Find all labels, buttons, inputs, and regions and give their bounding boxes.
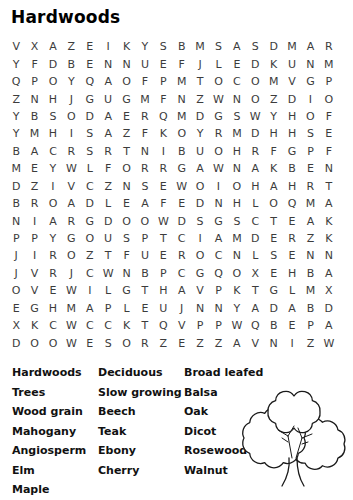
- grid-cell: K: [228, 282, 246, 299]
- grid-cell: C: [209, 247, 227, 264]
- grid-cell: S: [44, 108, 62, 125]
- grid-cell: S: [81, 143, 99, 160]
- grid-cell: A: [99, 125, 117, 142]
- grid-cell: R: [44, 247, 62, 264]
- grid-cell: R: [320, 38, 338, 55]
- grid-cell: H: [283, 125, 301, 142]
- grid-cell: F: [154, 195, 172, 212]
- grid-cell: A: [246, 300, 264, 317]
- grid-cell: E: [154, 247, 172, 264]
- grid-cell: S: [136, 178, 154, 195]
- grid-cell: N: [228, 160, 246, 177]
- grid-cell: Z: [301, 230, 319, 247]
- grid-cell: O: [264, 195, 282, 212]
- grid-cell: E: [283, 317, 301, 334]
- grid-cell: W: [228, 317, 246, 334]
- grid-cell: A: [209, 230, 227, 247]
- grid-cell: Z: [264, 90, 282, 107]
- grid-cell: B: [62, 55, 80, 72]
- grid-cell: N: [117, 55, 135, 72]
- grid-cell: N: [301, 247, 319, 264]
- grid-cell: D: [191, 195, 209, 212]
- grid-cell: N: [228, 90, 246, 107]
- grid-cell: L: [81, 160, 99, 177]
- grid-cell: F: [154, 90, 172, 107]
- letter-grid: VXAZEIKYSBMSASDMARYFDBENNUEFJLEDKUNMQPOY…: [7, 38, 338, 352]
- grid-cell: Q: [7, 73, 25, 90]
- grid-cell: N: [25, 90, 43, 107]
- grid-cell: Z: [154, 334, 172, 351]
- grid-cell: K: [25, 317, 43, 334]
- grid-cell: P: [154, 265, 172, 282]
- grid-cell: O: [25, 334, 43, 351]
- grid-cell: I: [99, 38, 117, 55]
- grid-cell: O: [117, 73, 135, 90]
- grid-cell: O: [209, 143, 227, 160]
- grid-cell: G: [209, 108, 227, 125]
- grid-cell: D: [320, 300, 338, 317]
- grid-cell: N: [264, 334, 282, 351]
- grid-cell: A: [301, 38, 319, 55]
- grid-cell: C: [173, 230, 191, 247]
- grid-cell: T: [136, 282, 154, 299]
- grid-cell: E: [154, 55, 172, 72]
- grid-cell: L: [209, 55, 227, 72]
- grid-cell: V: [283, 73, 301, 90]
- grid-cell: R: [136, 334, 154, 351]
- grid-cell: E: [81, 55, 99, 72]
- grid-cell: U: [154, 300, 172, 317]
- grid-cell: E: [81, 334, 99, 351]
- grid-cell: Z: [25, 178, 43, 195]
- grid-cell: M: [7, 160, 25, 177]
- grid-cell: D: [246, 55, 264, 72]
- grid-cell: Z: [81, 247, 99, 264]
- grid-cell: H: [44, 300, 62, 317]
- grid-cell: F: [25, 55, 43, 72]
- grid-cell: F: [117, 247, 135, 264]
- grid-cell: Y: [62, 73, 80, 90]
- grid-cell: U: [99, 90, 117, 107]
- grid-cell: P: [25, 73, 43, 90]
- grid-cell: A: [25, 143, 43, 160]
- grid-cell: T: [136, 317, 154, 334]
- grid-cell: F: [173, 55, 191, 72]
- grid-cell: E: [117, 195, 135, 212]
- grid-cell: A: [228, 334, 246, 351]
- grid-cell: E: [320, 125, 338, 142]
- grid-cell: V: [25, 265, 43, 282]
- grid-cell: E: [264, 265, 282, 282]
- grid-cell: F: [264, 143, 282, 160]
- grid-cell: N: [136, 143, 154, 160]
- grid-cell: X: [246, 265, 264, 282]
- grid-cell: D: [44, 55, 62, 72]
- grid-cell: E: [7, 300, 25, 317]
- grid-cell: Z: [99, 178, 117, 195]
- grid-cell: R: [173, 247, 191, 264]
- grid-cell: I: [44, 178, 62, 195]
- grid-cell: J: [191, 55, 209, 72]
- grid-cell: I: [25, 212, 43, 229]
- grid-cell: H: [283, 178, 301, 195]
- grid-cell: Y: [44, 160, 62, 177]
- grid-cell: D: [173, 212, 191, 229]
- grid-cell: C: [81, 317, 99, 334]
- grid-cell: R: [136, 108, 154, 125]
- grid-cell: T: [99, 247, 117, 264]
- grid-cell: L: [246, 195, 264, 212]
- grid-cell: O: [246, 90, 264, 107]
- grid-cell: O: [136, 212, 154, 229]
- grid-cell: S: [81, 125, 99, 142]
- grid-cell: P: [7, 230, 25, 247]
- grid-cell: N: [320, 247, 338, 264]
- grid-cell: A: [99, 108, 117, 125]
- grid-cell: Q: [154, 108, 172, 125]
- grid-cell: T: [264, 212, 282, 229]
- grid-cell: J: [7, 265, 25, 282]
- grid-cell: A: [320, 195, 338, 212]
- grid-cell: B: [173, 143, 191, 160]
- grid-cell: O: [117, 160, 135, 177]
- grid-cell: C: [44, 317, 62, 334]
- grid-cell: S: [264, 247, 282, 264]
- grid-cell: V: [173, 317, 191, 334]
- grid-cell: R: [136, 160, 154, 177]
- grid-cell: O: [320, 90, 338, 107]
- grid-cell: A: [264, 178, 282, 195]
- grid-cell: Y: [136, 38, 154, 55]
- grid-cell: I: [301, 90, 319, 107]
- grid-cell: O: [301, 108, 319, 125]
- grid-cell: M: [264, 73, 282, 90]
- grid-cell: S: [191, 212, 209, 229]
- word-list-item: Elm: [12, 461, 98, 481]
- grid-cell: E: [136, 300, 154, 317]
- grid-cell: W: [246, 108, 264, 125]
- grid-cell: R: [62, 143, 80, 160]
- grid-cell: A: [191, 160, 209, 177]
- grid-cell: M: [191, 38, 209, 55]
- grid-cell: T: [117, 143, 135, 160]
- grid-cell: W: [62, 317, 80, 334]
- grid-cell: L: [117, 300, 135, 317]
- grid-cell: G: [301, 73, 319, 90]
- grid-cell: L: [99, 195, 117, 212]
- grid-cell: C: [81, 265, 99, 282]
- grid-cell: R: [99, 143, 117, 160]
- grid-cell: J: [173, 300, 191, 317]
- grid-cell: M: [283, 38, 301, 55]
- grid-cell: L: [283, 282, 301, 299]
- grid-cell: O: [117, 334, 135, 351]
- grid-cell: E: [173, 334, 191, 351]
- grid-cell: I: [283, 334, 301, 351]
- grid-cell: A: [99, 73, 117, 90]
- grid-cell: Y: [44, 230, 62, 247]
- grid-cell: E: [117, 108, 135, 125]
- grid-cell: Q: [209, 265, 227, 282]
- grid-cell: A: [228, 38, 246, 55]
- grid-cell: W: [62, 160, 80, 177]
- grid-cell: A: [320, 265, 338, 282]
- grid-cell: Q: [283, 195, 301, 212]
- grid-cell: V: [246, 334, 264, 351]
- grid-cell: R: [283, 230, 301, 247]
- grid-cell: V: [25, 282, 43, 299]
- grid-cell: H: [283, 265, 301, 282]
- grid-cell: N: [209, 300, 227, 317]
- grid-cell: W: [154, 212, 172, 229]
- grid-cell: U: [283, 55, 301, 72]
- grid-cell: Q: [81, 73, 99, 90]
- grid-cell: P: [301, 317, 319, 334]
- grid-cell: S: [228, 212, 246, 229]
- grid-cell: T: [154, 230, 172, 247]
- grid-cell: O: [44, 73, 62, 90]
- word-list-item: Mahogany: [12, 422, 98, 442]
- grid-cell: A: [301, 212, 319, 229]
- grid-cell: N: [99, 55, 117, 72]
- grid-cell: J: [7, 247, 25, 264]
- grid-cell: I: [209, 178, 227, 195]
- grid-cell: D: [7, 178, 25, 195]
- grid-cell: Y: [191, 125, 209, 142]
- grid-cell: O: [62, 247, 80, 264]
- grid-cell: Z: [191, 334, 209, 351]
- grid-cell: Y: [7, 125, 25, 142]
- grid-cell: A: [44, 38, 62, 55]
- grid-cell: O: [44, 334, 62, 351]
- grid-cell: A: [173, 282, 191, 299]
- grid-cell: F: [320, 108, 338, 125]
- grid-cell: N: [209, 195, 227, 212]
- grid-cell: R: [246, 143, 264, 160]
- grid-cell: G: [264, 282, 282, 299]
- grid-cell: S: [209, 38, 227, 55]
- grid-cell: O: [191, 178, 209, 195]
- grid-cell: E: [25, 160, 43, 177]
- word-list-item: Slow growing: [98, 383, 184, 403]
- grid-cell: T: [246, 282, 264, 299]
- grid-cell: N: [228, 247, 246, 264]
- grid-cell: E: [44, 282, 62, 299]
- grid-cell: O: [228, 178, 246, 195]
- grid-cell: X: [7, 317, 25, 334]
- grid-cell: N: [7, 212, 25, 229]
- word-list-item: Deciduous: [98, 363, 184, 383]
- grid-cell: P: [320, 73, 338, 90]
- grid-cell: D: [81, 108, 99, 125]
- grid-cell: O: [44, 195, 62, 212]
- word-list-item: Hardwoods: [12, 363, 98, 383]
- grid-cell: H: [228, 195, 246, 212]
- grid-cell: T: [320, 178, 338, 195]
- grid-cell: A: [136, 195, 154, 212]
- grid-cell: J: [62, 90, 80, 107]
- grid-cell: G: [117, 282, 135, 299]
- word-list-item: Beech: [98, 402, 184, 422]
- grid-cell: G: [62, 230, 80, 247]
- grid-cell: N: [191, 300, 209, 317]
- grid-cell: B: [25, 108, 43, 125]
- grid-cell: Y: [7, 108, 25, 125]
- grid-cell: M: [228, 230, 246, 247]
- grid-cell: M: [62, 300, 80, 317]
- grid-cell: S: [117, 230, 135, 247]
- grid-cell: N: [320, 160, 338, 177]
- grid-cell: D: [264, 300, 282, 317]
- grid-cell: V: [191, 282, 209, 299]
- grid-cell: H: [44, 125, 62, 142]
- grid-cell: O: [228, 265, 246, 282]
- grid-cell: R: [154, 160, 172, 177]
- grid-cell: I: [62, 125, 80, 142]
- word-list-item: Wood grain: [12, 402, 98, 422]
- grid-cell: L: [99, 282, 117, 299]
- word-list-item: Ebony: [98, 441, 184, 461]
- grid-cell: O: [7, 282, 25, 299]
- grid-cell: D: [283, 90, 301, 107]
- word-list-item: Broad leafed: [184, 363, 304, 383]
- grid-cell: E: [264, 230, 282, 247]
- grid-cell: G: [283, 143, 301, 160]
- grid-cell: D: [7, 334, 25, 351]
- grid-cell: C: [246, 212, 264, 229]
- grid-cell: Y: [228, 300, 246, 317]
- grid-cell: D: [264, 38, 282, 55]
- grid-cell: F: [99, 160, 117, 177]
- grid-cell: E: [283, 212, 301, 229]
- word-list-item: Teak: [98, 422, 184, 442]
- grid-cell: C: [99, 317, 117, 334]
- grid-cell: W: [173, 178, 191, 195]
- grid-cell: Z: [7, 90, 25, 107]
- grid-cell: R: [301, 178, 319, 195]
- grid-cell: K: [154, 125, 172, 142]
- grid-cell: N: [117, 178, 135, 195]
- grid-cell: Y: [264, 108, 282, 125]
- grid-cell: X: [25, 38, 43, 55]
- grid-cell: M: [320, 55, 338, 72]
- grid-cell: P: [136, 230, 154, 247]
- grid-cell: G: [81, 212, 99, 229]
- grid-cell: K: [264, 55, 282, 72]
- grid-cell: N: [117, 265, 135, 282]
- grid-cell: D: [191, 108, 209, 125]
- grid-cell: K: [117, 317, 135, 334]
- grid-cell: M: [301, 195, 319, 212]
- grid-cell: E: [228, 55, 246, 72]
- grid-cell: M: [173, 108, 191, 125]
- grid-cell: B: [7, 195, 25, 212]
- grid-cell: B: [264, 317, 282, 334]
- grid-cell: C: [228, 73, 246, 90]
- grid-cell: U: [136, 247, 154, 264]
- grid-cell: O: [191, 247, 209, 264]
- grid-cell: G: [25, 300, 43, 317]
- grid-cell: Z: [301, 334, 319, 351]
- grid-cell: S: [246, 38, 264, 55]
- grid-cell: W: [209, 160, 227, 177]
- grid-cell: P: [301, 143, 319, 160]
- grid-cell: Q: [246, 317, 264, 334]
- grid-cell: P: [99, 300, 117, 317]
- grid-cell: S: [228, 108, 246, 125]
- grid-cell: W: [320, 334, 338, 351]
- grid-cell: G: [117, 90, 135, 107]
- grid-cell: I: [154, 143, 172, 160]
- grid-cell: W: [62, 282, 80, 299]
- grid-cell: Z: [209, 334, 227, 351]
- grid-cell: O: [209, 73, 227, 90]
- grid-cell: G: [209, 212, 227, 229]
- grid-cell: D: [81, 195, 99, 212]
- grid-cell: O: [62, 108, 80, 125]
- grid-cell: V: [7, 38, 25, 55]
- grid-cell: D: [246, 125, 264, 142]
- grid-cell: J: [62, 265, 80, 282]
- grid-cell: T: [191, 73, 209, 90]
- grid-cell: A: [44, 212, 62, 229]
- grid-cell: M: [173, 73, 191, 90]
- grid-cell: N: [173, 90, 191, 107]
- grid-cell: H: [154, 282, 172, 299]
- grid-cell: F: [136, 125, 154, 142]
- grid-cell: G: [173, 160, 191, 177]
- grid-cell: O: [246, 73, 264, 90]
- grid-cell: U: [99, 230, 117, 247]
- grid-cell: W: [209, 90, 227, 107]
- grid-cell: D: [99, 212, 117, 229]
- grid-cell: K: [320, 230, 338, 247]
- grid-cell: E: [173, 195, 191, 212]
- grid-cell: E: [301, 160, 319, 177]
- grid-cell: Z: [191, 90, 209, 107]
- grid-cell: L: [246, 247, 264, 264]
- grid-cell: D: [246, 230, 264, 247]
- grid-cell: B: [283, 160, 301, 177]
- grid-cell: P: [209, 317, 227, 334]
- grid-cell: B: [7, 143, 25, 160]
- grid-cell: U: [136, 55, 154, 72]
- grid-cell: F: [136, 73, 154, 90]
- grid-cell: O: [173, 125, 191, 142]
- word-list-item: Trees: [12, 383, 98, 403]
- grid-cell: H: [228, 143, 246, 160]
- grid-cell: I: [191, 230, 209, 247]
- word-list-item: Angiosperm: [12, 441, 98, 461]
- grid-cell: R: [25, 195, 43, 212]
- grid-cell: K: [117, 38, 135, 55]
- grid-cell: Q: [154, 317, 172, 334]
- grid-cell: W: [62, 334, 80, 351]
- grid-cell: A: [62, 195, 80, 212]
- grid-cell: A: [320, 317, 338, 334]
- grid-cell: P: [191, 317, 209, 334]
- grid-cell: B: [301, 300, 319, 317]
- grid-cell: F: [320, 143, 338, 160]
- grid-cell: A: [81, 300, 99, 317]
- grid-cell: U: [191, 143, 209, 160]
- grid-cell: H: [246, 178, 264, 195]
- grid-cell: G: [81, 90, 99, 107]
- grid-cell: R: [62, 212, 80, 229]
- grid-cell: G: [191, 265, 209, 282]
- grid-cell: P: [209, 282, 227, 299]
- grid-cell: I: [81, 282, 99, 299]
